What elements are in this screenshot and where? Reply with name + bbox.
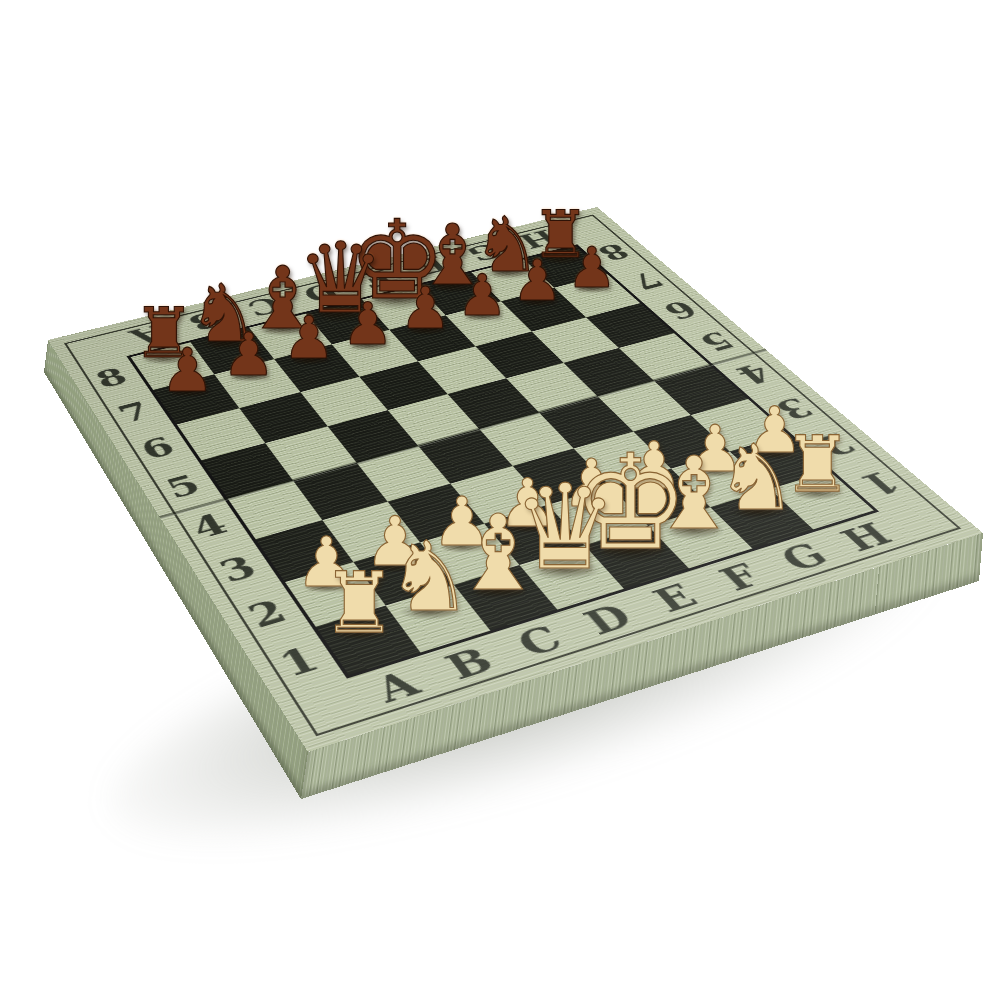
chess-board: AA88BB77CC66DD55EE44FF33GG22HH11 [48,207,983,752]
chess-set-photo: AA88BB77CC66DD55EE44FF33GG22HH11 ♜♞♝♛♚♝♞… [0,0,1000,1000]
